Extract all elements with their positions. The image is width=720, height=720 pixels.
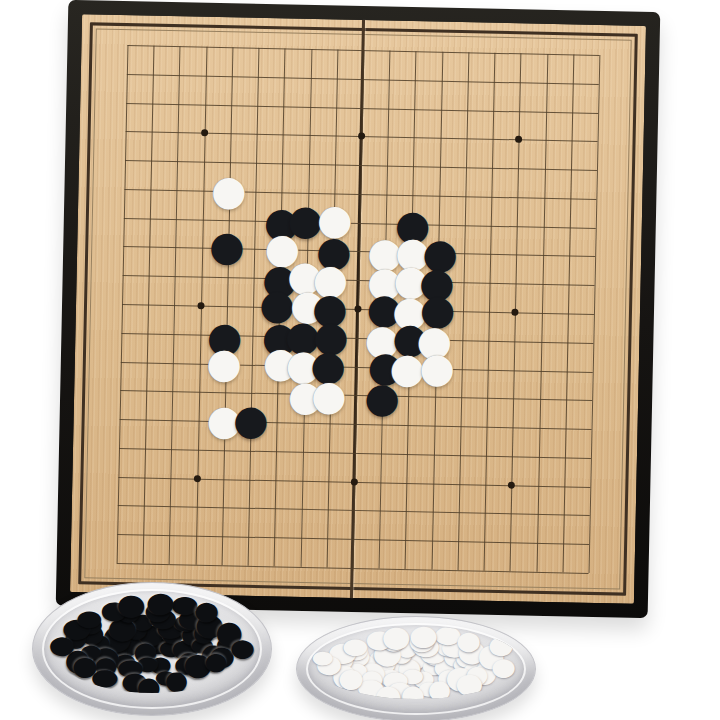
bowl-stone-black: ● bbox=[135, 672, 164, 693]
white-stone: ● bbox=[416, 346, 459, 389]
star-point bbox=[358, 133, 365, 140]
white-stone: ● bbox=[203, 342, 246, 385]
star-point bbox=[201, 129, 208, 136]
star-point bbox=[197, 302, 204, 309]
black-stone-bowl: ●●●●●●●●●●●●●●●●●●●●●●●●●●●●●●●●●●●●●●●●… bbox=[32, 582, 272, 716]
board-wood-surface: ●●●●●●●●●●●●●●●●●●●●●●●●●●●●●●●●●●●●●●●●… bbox=[70, 14, 646, 604]
black-stone: ● bbox=[206, 226, 249, 269]
product-photo-scene: ●●●●●●●●●●●●●●●●●●●●●●●●●●●●●●●●●●●●●●●●… bbox=[0, 0, 720, 720]
star-point bbox=[194, 475, 201, 482]
bowl-stone-white: ● bbox=[399, 680, 428, 699]
bowl-stone-black: ● bbox=[115, 592, 147, 620]
star-point bbox=[512, 309, 519, 316]
bowl-stone-black: ● bbox=[163, 665, 192, 693]
board-grid: ●●●●●●●●●●●●●●●●●●●●●●●●●●●●●●●●●●●●●●●●… bbox=[117, 45, 600, 573]
bowl-stone-white: ● bbox=[406, 626, 441, 651]
star-point bbox=[354, 305, 361, 312]
black-stone: ● bbox=[230, 399, 273, 442]
star-point bbox=[515, 136, 522, 143]
white-bowl-stone-layer: ●●●●●●●●●●●●●●●●●●●●●●●●●●●●●●●●●●●●●●●●… bbox=[311, 626, 521, 699]
star-point bbox=[508, 481, 515, 488]
white-stone: ● bbox=[208, 170, 251, 213]
black-stone: ● bbox=[361, 376, 404, 419]
white-stone: ● bbox=[307, 374, 350, 417]
star-point bbox=[351, 478, 358, 485]
bowl-stone-black: ● bbox=[71, 652, 99, 680]
black-bowl-stone-layer: ●●●●●●●●●●●●●●●●●●●●●●●●●●●●●●●●●●●●●●●●… bbox=[47, 592, 257, 693]
bowl-stone-white: ● bbox=[426, 674, 455, 699]
bowl-stone-black: ● bbox=[142, 592, 177, 618]
white-stone-bowl: ●●●●●●●●●●●●●●●●●●●●●●●●●●●●●●●●●●●●●●●●… bbox=[296, 616, 536, 720]
bowl-stone-white: ● bbox=[338, 664, 366, 692]
go-board: ●●●●●●●●●●●●●●●●●●●●●●●●●●●●●●●●●●●●●●●●… bbox=[56, 0, 661, 618]
